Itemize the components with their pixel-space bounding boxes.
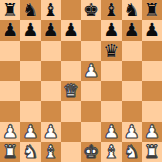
square-h5[interactable] bbox=[142, 61, 162, 81]
square-d5[interactable] bbox=[61, 61, 81, 81]
piece-white-pawn[interactable]: ♟ bbox=[144, 122, 160, 140]
square-g4[interactable] bbox=[122, 81, 142, 101]
square-h6[interactable] bbox=[142, 41, 162, 61]
square-f2[interactable]: ♟ bbox=[101, 122, 121, 142]
square-b6[interactable] bbox=[20, 41, 40, 61]
square-f4[interactable] bbox=[101, 81, 121, 101]
piece-white-king[interactable]: ♚ bbox=[83, 142, 99, 160]
square-a5[interactable] bbox=[0, 61, 20, 81]
square-b4[interactable] bbox=[20, 81, 40, 101]
square-d1[interactable] bbox=[61, 142, 81, 162]
square-c6[interactable] bbox=[41, 41, 61, 61]
square-d6[interactable] bbox=[61, 41, 81, 61]
square-h8[interactable]: ♜ bbox=[142, 0, 162, 20]
square-d8[interactable] bbox=[61, 0, 81, 20]
square-h1[interactable]: ♜ bbox=[142, 142, 162, 162]
square-b7[interactable]: ♟ bbox=[20, 20, 40, 40]
square-h3[interactable] bbox=[142, 101, 162, 121]
square-f1[interactable]: ♝ bbox=[101, 142, 121, 162]
square-g2[interactable]: ♟ bbox=[122, 122, 142, 142]
square-b8[interactable]: ♞ bbox=[20, 0, 40, 20]
piece-white-pawn[interactable]: ♟ bbox=[22, 122, 38, 140]
square-f7[interactable]: ♟ bbox=[101, 20, 121, 40]
square-h2[interactable]: ♟ bbox=[142, 122, 162, 142]
square-g1[interactable]: ♞ bbox=[122, 142, 142, 162]
piece-black-bishop[interactable]: ♝ bbox=[43, 1, 59, 19]
piece-white-pawn[interactable]: ♟ bbox=[124, 122, 140, 140]
piece-white-rook[interactable]: ♜ bbox=[144, 142, 160, 160]
piece-black-bishop[interactable]: ♝ bbox=[103, 1, 119, 19]
square-b2[interactable]: ♟ bbox=[20, 122, 40, 142]
piece-black-pawn[interactable]: ♟ bbox=[144, 21, 160, 39]
square-e8[interactable]: ♚ bbox=[81, 0, 101, 20]
piece-black-knight[interactable]: ♞ bbox=[22, 1, 38, 19]
piece-black-pawn[interactable]: ♟ bbox=[22, 21, 38, 39]
square-a8[interactable]: ♜ bbox=[0, 0, 20, 20]
square-g5[interactable] bbox=[122, 61, 142, 81]
square-g6[interactable] bbox=[122, 41, 142, 61]
square-a3[interactable] bbox=[0, 101, 20, 121]
square-c4[interactable] bbox=[41, 81, 61, 101]
square-c1[interactable]: ♝ bbox=[41, 142, 61, 162]
square-d4[interactable]: ♛ bbox=[61, 81, 81, 101]
square-f6[interactable]: ♛ bbox=[101, 41, 121, 61]
square-a7[interactable]: ♟ bbox=[0, 20, 20, 40]
piece-white-rook[interactable]: ♜ bbox=[2, 142, 18, 160]
square-a2[interactable]: ♟ bbox=[0, 122, 20, 142]
piece-black-rook[interactable]: ♜ bbox=[144, 1, 160, 19]
square-e4[interactable] bbox=[81, 81, 101, 101]
piece-white-knight[interactable]: ♞ bbox=[124, 142, 140, 160]
square-e5[interactable]: ♟ bbox=[81, 61, 101, 81]
square-c2[interactable]: ♟ bbox=[41, 122, 61, 142]
piece-white-knight[interactable]: ♞ bbox=[22, 142, 38, 160]
piece-black-rook[interactable]: ♜ bbox=[2, 1, 18, 19]
square-e3[interactable] bbox=[81, 101, 101, 121]
square-a4[interactable] bbox=[0, 81, 20, 101]
square-f5[interactable] bbox=[101, 61, 121, 81]
square-e2[interactable] bbox=[81, 122, 101, 142]
square-f3[interactable] bbox=[101, 101, 121, 121]
square-g7[interactable]: ♟ bbox=[122, 20, 142, 40]
square-g3[interactable] bbox=[122, 101, 142, 121]
chess-board: ♜♞♝♚♝♞♜♟♟♟♟♟♟♟♛♟♛♟♟♟♟♟♟♜♞♝♚♝♞♜ bbox=[0, 0, 162, 162]
square-d2[interactable] bbox=[61, 122, 81, 142]
square-b5[interactable] bbox=[20, 61, 40, 81]
piece-white-bishop[interactable]: ♝ bbox=[103, 142, 119, 160]
square-a1[interactable]: ♜ bbox=[0, 142, 20, 162]
square-b3[interactable] bbox=[20, 101, 40, 121]
piece-black-pawn[interactable]: ♟ bbox=[124, 21, 140, 39]
piece-white-bishop[interactable]: ♝ bbox=[43, 142, 59, 160]
piece-black-pawn[interactable]: ♟ bbox=[63, 21, 79, 39]
piece-black-queen[interactable]: ♛ bbox=[103, 41, 119, 59]
square-b1[interactable]: ♞ bbox=[20, 142, 40, 162]
square-d3[interactable] bbox=[61, 101, 81, 121]
square-f8[interactable]: ♝ bbox=[101, 0, 121, 20]
square-d7[interactable]: ♟ bbox=[61, 20, 81, 40]
piece-white-pawn[interactable]: ♟ bbox=[83, 61, 99, 79]
piece-black-knight[interactable]: ♞ bbox=[124, 1, 140, 19]
square-g8[interactable]: ♞ bbox=[122, 0, 142, 20]
square-c3[interactable] bbox=[41, 101, 61, 121]
square-a6[interactable] bbox=[0, 41, 20, 61]
piece-white-queen[interactable]: ♛ bbox=[63, 82, 79, 100]
square-h7[interactable]: ♟ bbox=[142, 20, 162, 40]
piece-black-pawn[interactable]: ♟ bbox=[2, 21, 18, 39]
piece-black-pawn[interactable]: ♟ bbox=[103, 21, 119, 39]
square-c5[interactable] bbox=[41, 61, 61, 81]
square-c7[interactable]: ♟ bbox=[41, 20, 61, 40]
square-h4[interactable] bbox=[142, 81, 162, 101]
piece-black-pawn[interactable]: ♟ bbox=[43, 21, 59, 39]
square-e1[interactable]: ♚ bbox=[81, 142, 101, 162]
piece-white-pawn[interactable]: ♟ bbox=[103, 122, 119, 140]
piece-black-king[interactable]: ♚ bbox=[83, 1, 99, 19]
square-e6[interactable] bbox=[81, 41, 101, 61]
square-e7[interactable] bbox=[81, 20, 101, 40]
piece-white-pawn[interactable]: ♟ bbox=[2, 122, 18, 140]
piece-white-pawn[interactable]: ♟ bbox=[43, 122, 59, 140]
square-c8[interactable]: ♝ bbox=[41, 0, 61, 20]
